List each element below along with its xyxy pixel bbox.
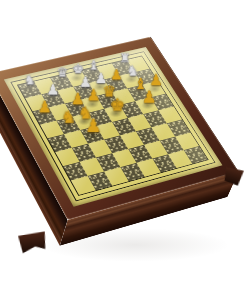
piece-gold-knight-b5: ♞ — [59, 103, 79, 127]
piece-gold-king-e5: ♚ — [107, 92, 127, 116]
piece-silver-knight-a8: ♞ — [20, 68, 40, 92]
scene: ♞♛♚♝♜♟♟♟♞♟♟♟♟♛♝♟♞♞♚♟♟ — [0, 0, 247, 296]
piece-gold-pawn-g5: ♟ — [139, 84, 159, 108]
pieces-layer: ♞♛♚♝♜♟♟♟♞♟♟♟♟♛♝♟♞♞♚♟♟ — [17, 56, 209, 196]
chess-board-chest: ♞♛♚♝♜♟♟♟♞♟♟♟♟♛♝♟♞♞♚♟♟ — [0, 37, 239, 220]
product-photo: ♞♛♚♝♜♟♟♟♞♟♟♟♟♛♝♟♞♞♚♟♟ — [0, 0, 247, 296]
piece-gold-pawn-c4: ♟ — [83, 113, 103, 137]
piece-gold-pawn-a6: ♟ — [35, 94, 55, 118]
